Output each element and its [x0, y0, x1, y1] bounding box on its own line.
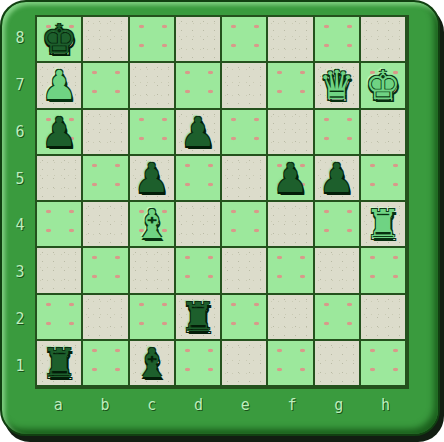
- square-h3[interactable]: [361, 248, 405, 292]
- square-a1[interactable]: ♜: [37, 341, 81, 385]
- file-label-h: h: [362, 391, 409, 419]
- square-d2[interactable]: ♜: [176, 295, 220, 339]
- square-a4[interactable]: [37, 202, 81, 246]
- square-b3[interactable]: [83, 248, 127, 292]
- board-border: ♚♟♛♚♟♟♟♟♟♝♜♜♜♝: [35, 15, 409, 389]
- file-label-f: f: [269, 391, 316, 419]
- square-a6[interactable]: ♟: [37, 110, 81, 154]
- square-g7[interactable]: ♛: [315, 63, 359, 107]
- file-label-d: d: [175, 391, 222, 419]
- square-d3[interactable]: [176, 248, 220, 292]
- file-label-b: b: [82, 391, 129, 419]
- rank-labels: 87654321: [8, 15, 32, 389]
- square-a7[interactable]: ♟: [37, 63, 81, 107]
- square-g4[interactable]: [315, 202, 359, 246]
- square-b8[interactable]: [83, 17, 127, 61]
- square-g8[interactable]: [315, 17, 359, 61]
- square-e7[interactable]: [222, 63, 266, 107]
- square-b5[interactable]: [83, 156, 127, 200]
- square-h7[interactable]: ♚: [361, 63, 405, 107]
- square-b4[interactable]: [83, 202, 127, 246]
- square-e8[interactable]: [222, 17, 266, 61]
- square-a5[interactable]: [37, 156, 81, 200]
- piece-white-bishop[interactable]: ♝: [134, 202, 170, 246]
- square-h8[interactable]: [361, 17, 405, 61]
- square-d6[interactable]: ♟: [176, 110, 220, 154]
- square-c1[interactable]: ♝: [130, 341, 174, 385]
- square-h1[interactable]: [361, 341, 405, 385]
- square-f5[interactable]: ♟: [268, 156, 312, 200]
- square-g2[interactable]: [315, 295, 359, 339]
- rank-label-6: 6: [8, 109, 32, 156]
- square-c4[interactable]: ♝: [130, 202, 174, 246]
- square-a8[interactable]: ♚: [37, 17, 81, 61]
- square-a2[interactable]: [37, 295, 81, 339]
- rank-label-7: 7: [8, 62, 32, 109]
- square-c5[interactable]: ♟: [130, 156, 174, 200]
- piece-black-king[interactable]: ♚: [41, 17, 77, 61]
- square-e3[interactable]: [222, 248, 266, 292]
- piece-black-pawn[interactable]: ♟: [134, 156, 170, 200]
- piece-white-queen[interactable]: ♛: [319, 63, 355, 107]
- board-frame: 87654321 ♚♟♛♚♟♟♟♟♟♝♜♜♜♝ abcdefgh: [0, 0, 440, 436]
- square-f1[interactable]: [268, 341, 312, 385]
- square-f7[interactable]: [268, 63, 312, 107]
- square-e5[interactable]: [222, 156, 266, 200]
- file-label-c: c: [129, 391, 176, 419]
- square-h5[interactable]: [361, 156, 405, 200]
- rank-label-5: 5: [8, 155, 32, 202]
- file-label-a: a: [35, 391, 82, 419]
- square-e1[interactable]: [222, 341, 266, 385]
- square-d4[interactable]: [176, 202, 220, 246]
- rank-label-8: 8: [8, 15, 32, 62]
- square-f3[interactable]: [268, 248, 312, 292]
- square-g5[interactable]: ♟: [315, 156, 359, 200]
- square-b6[interactable]: [83, 110, 127, 154]
- piece-black-rook[interactable]: ♜: [180, 295, 216, 339]
- square-a3[interactable]: [37, 248, 81, 292]
- square-d5[interactable]: [176, 156, 220, 200]
- square-f6[interactable]: [268, 110, 312, 154]
- square-c6[interactable]: [130, 110, 174, 154]
- square-g6[interactable]: [315, 110, 359, 154]
- square-e4[interactable]: [222, 202, 266, 246]
- square-h2[interactable]: [361, 295, 405, 339]
- piece-white-king[interactable]: ♚: [365, 63, 401, 107]
- square-c2[interactable]: [130, 295, 174, 339]
- square-f8[interactable]: [268, 17, 312, 61]
- square-g1[interactable]: [315, 341, 359, 385]
- piece-black-bishop[interactable]: ♝: [134, 341, 170, 385]
- piece-black-pawn[interactable]: ♟: [319, 156, 355, 200]
- rank-label-3: 3: [8, 249, 32, 296]
- square-h6[interactable]: [361, 110, 405, 154]
- file-label-g: g: [316, 391, 363, 419]
- square-h4[interactable]: ♜: [361, 202, 405, 246]
- square-d7[interactable]: [176, 63, 220, 107]
- chess-board: ♚♟♛♚♟♟♟♟♟♝♜♜♜♝: [37, 17, 407, 387]
- square-f4[interactable]: [268, 202, 312, 246]
- square-e6[interactable]: [222, 110, 266, 154]
- square-b2[interactable]: [83, 295, 127, 339]
- rank-label-2: 2: [8, 296, 32, 343]
- piece-white-pawn[interactable]: ♟: [41, 63, 77, 107]
- square-d8[interactable]: [176, 17, 220, 61]
- rank-label-4: 4: [8, 202, 32, 249]
- file-labels: abcdefgh: [35, 391, 409, 419]
- square-c3[interactable]: [130, 248, 174, 292]
- rank-label-1: 1: [8, 342, 32, 389]
- piece-black-pawn[interactable]: ♟: [180, 110, 216, 154]
- piece-black-pawn[interactable]: ♟: [41, 110, 77, 154]
- square-b1[interactable]: [83, 341, 127, 385]
- square-c8[interactable]: [130, 17, 174, 61]
- square-c7[interactable]: [130, 63, 174, 107]
- square-e2[interactable]: [222, 295, 266, 339]
- square-f2[interactable]: [268, 295, 312, 339]
- piece-black-pawn[interactable]: ♟: [272, 156, 308, 200]
- file-label-e: e: [222, 391, 269, 419]
- square-d1[interactable]: [176, 341, 220, 385]
- piece-black-rook[interactable]: ♜: [41, 341, 77, 385]
- piece-white-rook[interactable]: ♜: [365, 202, 401, 246]
- square-g3[interactable]: [315, 248, 359, 292]
- square-b7[interactable]: [83, 63, 127, 107]
